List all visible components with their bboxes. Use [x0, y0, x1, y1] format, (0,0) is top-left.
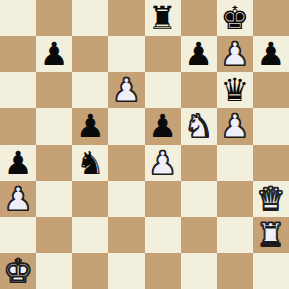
square-a7[interactable]	[0, 36, 36, 72]
square-d7[interactable]	[108, 36, 144, 72]
square-f6[interactable]	[181, 72, 217, 108]
square-f1[interactable]	[181, 253, 217, 289]
square-g5[interactable]: ♟	[217, 108, 253, 144]
square-c6[interactable]	[72, 72, 108, 108]
square-e3[interactable]	[145, 181, 181, 217]
square-a2[interactable]	[0, 217, 36, 253]
square-b2[interactable]	[36, 217, 72, 253]
square-f5[interactable]: ♞	[181, 108, 217, 144]
square-c3[interactable]	[72, 181, 108, 217]
square-h7[interactable]: ♟	[253, 36, 289, 72]
chessboard: ♜ ♚ ♟ ♟ ♟ ♟ ♟ ♛ ♟ ♟ ♞ ♟ ♟ ♞ ♟ ♟ ♛ ♜ ♚	[0, 0, 289, 289]
square-h6[interactable]	[253, 72, 289, 108]
square-h3[interactable]: ♛	[253, 181, 289, 217]
square-g4[interactable]	[217, 145, 253, 181]
square-a8[interactable]	[0, 0, 36, 36]
square-c5[interactable]: ♟	[72, 108, 108, 144]
square-d5[interactable]	[108, 108, 144, 144]
square-e4[interactable]: ♟	[145, 145, 181, 181]
square-b8[interactable]	[36, 0, 72, 36]
square-f7[interactable]: ♟	[181, 36, 217, 72]
square-h2[interactable]: ♜	[253, 217, 289, 253]
square-e5[interactable]: ♟	[145, 108, 181, 144]
square-e7[interactable]	[145, 36, 181, 72]
square-c7[interactable]	[72, 36, 108, 72]
square-b6[interactable]	[36, 72, 72, 108]
square-e8[interactable]: ♜	[145, 0, 181, 36]
square-d6[interactable]: ♟	[108, 72, 144, 108]
square-h1[interactable]	[253, 253, 289, 289]
square-a6[interactable]	[0, 72, 36, 108]
square-d8[interactable]	[108, 0, 144, 36]
square-d2[interactable]	[108, 217, 144, 253]
square-b7[interactable]: ♟	[36, 36, 72, 72]
square-g7[interactable]: ♟	[217, 36, 253, 72]
square-a3[interactable]: ♟	[0, 181, 36, 217]
square-g3[interactable]	[217, 181, 253, 217]
square-c2[interactable]	[72, 217, 108, 253]
square-e1[interactable]	[145, 253, 181, 289]
square-f2[interactable]	[181, 217, 217, 253]
square-h4[interactable]	[253, 145, 289, 181]
square-h5[interactable]	[253, 108, 289, 144]
square-g1[interactable]	[217, 253, 253, 289]
square-c4[interactable]: ♞	[72, 145, 108, 181]
square-c1[interactable]	[72, 253, 108, 289]
square-b3[interactable]	[36, 181, 72, 217]
square-b5[interactable]	[36, 108, 72, 144]
square-h8[interactable]	[253, 0, 289, 36]
square-d3[interactable]	[108, 181, 144, 217]
square-e2[interactable]	[145, 217, 181, 253]
square-a4[interactable]: ♟	[0, 145, 36, 181]
square-c8[interactable]	[72, 0, 108, 36]
square-b4[interactable]	[36, 145, 72, 181]
square-d1[interactable]	[108, 253, 144, 289]
square-g2[interactable]	[217, 217, 253, 253]
square-f8[interactable]	[181, 0, 217, 36]
square-a1[interactable]: ♚	[0, 253, 36, 289]
square-b1[interactable]	[36, 253, 72, 289]
square-d4[interactable]	[108, 145, 144, 181]
square-g8[interactable]: ♚	[217, 0, 253, 36]
square-e6[interactable]	[145, 72, 181, 108]
square-g6[interactable]: ♛	[217, 72, 253, 108]
square-a5[interactable]	[0, 108, 36, 144]
square-f3[interactable]	[181, 181, 217, 217]
square-f4[interactable]	[181, 145, 217, 181]
